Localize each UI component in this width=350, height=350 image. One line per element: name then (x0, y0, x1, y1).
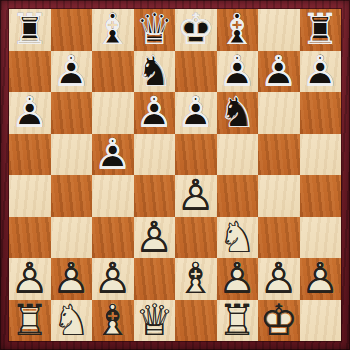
square-b8[interactable] (51, 9, 93, 51)
square-e3[interactable] (175, 217, 217, 259)
piece-glyph-outline: ♙ (92, 134, 134, 176)
square-g5[interactable] (258, 134, 300, 176)
square-g6[interactable] (258, 92, 300, 134)
square-f3[interactable]: ♞♘ (217, 217, 259, 259)
black-pawn[interactable]: ♟♙ (51, 51, 93, 93)
square-f7[interactable]: ♟♙ (217, 51, 259, 93)
white-pawn[interactable]: ♟♙ (92, 258, 134, 300)
black-pawn[interactable]: ♟♙ (258, 51, 300, 93)
black-pawn[interactable]: ♟♙ (175, 92, 217, 134)
piece-glyph-outline: ♙ (134, 92, 176, 134)
white-knight[interactable]: ♞♘ (51, 300, 93, 342)
square-d7[interactable]: ♞♘ (134, 51, 176, 93)
square-b2[interactable]: ♟♙ (51, 258, 93, 300)
square-e6[interactable]: ♟♙ (175, 92, 217, 134)
white-rook[interactable]: ♜♖ (217, 300, 259, 342)
square-h1[interactable] (300, 300, 342, 342)
square-c7[interactable] (92, 51, 134, 93)
square-a5[interactable] (9, 134, 51, 176)
square-a7[interactable] (9, 51, 51, 93)
piece-glyph-outline: ♙ (51, 258, 93, 300)
piece-glyph-outline: ♙ (9, 92, 51, 134)
square-h8[interactable]: ♜♖ (300, 9, 342, 51)
square-c6[interactable] (92, 92, 134, 134)
square-a4[interactable] (9, 175, 51, 217)
square-b1[interactable]: ♞♘ (51, 300, 93, 342)
piece-glyph-outline: ♖ (9, 9, 51, 51)
square-h2[interactable]: ♟♙ (300, 258, 342, 300)
square-d3[interactable]: ♟♙ (134, 217, 176, 259)
square-c5[interactable]: ♟♙ (92, 134, 134, 176)
black-knight[interactable]: ♞♘ (134, 51, 176, 93)
piece-glyph-outline: ♔ (175, 9, 217, 51)
white-rook[interactable]: ♜♖ (9, 300, 51, 342)
piece-glyph-outline: ♘ (217, 217, 259, 259)
black-king[interactable]: ♚♔ (175, 9, 217, 51)
square-g3[interactable] (258, 217, 300, 259)
square-c3[interactable] (92, 217, 134, 259)
piece-glyph-outline: ♙ (9, 258, 51, 300)
piece-glyph-outline: ♙ (217, 51, 259, 93)
square-e2[interactable]: ♝♗ (175, 258, 217, 300)
piece-glyph-outline: ♔ (258, 300, 300, 342)
square-d1[interactable]: ♛♕ (134, 300, 176, 342)
square-c4[interactable] (92, 175, 134, 217)
square-c2[interactable]: ♟♙ (92, 258, 134, 300)
square-g8[interactable] (258, 9, 300, 51)
square-h5[interactable] (300, 134, 342, 176)
white-king[interactable]: ♚♔ (258, 300, 300, 342)
black-pawn[interactable]: ♟♙ (134, 92, 176, 134)
square-f6[interactable]: ♞♘ (217, 92, 259, 134)
black-rook[interactable]: ♜♖ (9, 9, 51, 51)
white-knight[interactable]: ♞♘ (217, 217, 259, 259)
square-d5[interactable] (134, 134, 176, 176)
piece-glyph-outline: ♘ (217, 92, 259, 134)
square-b7[interactable]: ♟♙ (51, 51, 93, 93)
board-frame: ♜♖♝♗♛♕♚♔♝♗♜♖♟♙♞♘♟♙♟♙♟♙♟♙♟♙♟♙♞♘♟♙♟♙♟♙♞♘♟♙… (0, 0, 350, 350)
square-a8[interactable]: ♜♖ (9, 9, 51, 51)
piece-glyph-outline: ♘ (51, 300, 93, 342)
white-pawn[interactable]: ♟♙ (300, 258, 342, 300)
white-pawn[interactable]: ♟♙ (9, 258, 51, 300)
square-a6[interactable]: ♟♙ (9, 92, 51, 134)
piece-glyph-outline: ♙ (134, 217, 176, 259)
piece-glyph-outline: ♗ (92, 9, 134, 51)
white-pawn[interactable]: ♟♙ (258, 258, 300, 300)
piece-glyph-outline: ♗ (217, 9, 259, 51)
square-h4[interactable] (300, 175, 342, 217)
square-a3[interactable] (9, 217, 51, 259)
piece-glyph-outline: ♖ (217, 300, 259, 342)
black-pawn[interactable]: ♟♙ (300, 51, 342, 93)
square-g4[interactable] (258, 175, 300, 217)
square-b5[interactable] (51, 134, 93, 176)
piece-glyph-outline: ♖ (9, 300, 51, 342)
piece-glyph-outline: ♘ (134, 51, 176, 93)
square-g2[interactable]: ♟♙ (258, 258, 300, 300)
piece-glyph-outline: ♗ (175, 258, 217, 300)
piece-glyph-outline: ♕ (134, 300, 176, 342)
piece-glyph-outline: ♙ (51, 51, 93, 93)
piece-glyph-outline: ♙ (300, 258, 342, 300)
square-d2[interactable] (134, 258, 176, 300)
square-c8[interactable]: ♝♗ (92, 9, 134, 51)
square-e1[interactable] (175, 300, 217, 342)
piece-glyph-outline: ♕ (134, 9, 176, 51)
white-pawn[interactable]: ♟♙ (175, 175, 217, 217)
black-pawn[interactable]: ♟♙ (9, 92, 51, 134)
square-b3[interactable] (51, 217, 93, 259)
black-pawn[interactable]: ♟♙ (92, 134, 134, 176)
black-rook[interactable]: ♜♖ (300, 9, 342, 51)
piece-glyph-outline: ♙ (300, 51, 342, 93)
square-f5[interactable] (217, 134, 259, 176)
square-b6[interactable] (51, 92, 93, 134)
piece-glyph-outline: ♗ (92, 300, 134, 342)
piece-glyph-outline: ♙ (175, 175, 217, 217)
black-knight[interactable]: ♞♘ (217, 92, 259, 134)
square-e5[interactable] (175, 134, 217, 176)
piece-glyph-outline: ♙ (258, 51, 300, 93)
square-e7[interactable] (175, 51, 217, 93)
black-bishop[interactable]: ♝♗ (217, 9, 259, 51)
white-pawn[interactable]: ♟♙ (134, 217, 176, 259)
square-g1[interactable]: ♚♔ (258, 300, 300, 342)
square-d8[interactable]: ♛♕ (134, 9, 176, 51)
chess-board: ♜♖♝♗♛♕♚♔♝♗♜♖♟♙♞♘♟♙♟♙♟♙♟♙♟♙♟♙♞♘♟♙♟♙♟♙♞♘♟♙… (9, 9, 341, 341)
square-h7[interactable]: ♟♙ (300, 51, 342, 93)
square-c1[interactable]: ♝♗ (92, 300, 134, 342)
white-bishop[interactable]: ♝♗ (175, 258, 217, 300)
square-a1[interactable]: ♜♖ (9, 300, 51, 342)
white-bishop[interactable]: ♝♗ (92, 300, 134, 342)
white-pawn[interactable]: ♟♙ (51, 258, 93, 300)
white-queen[interactable]: ♛♕ (134, 300, 176, 342)
square-f2[interactable]: ♟♙ (217, 258, 259, 300)
square-g7[interactable]: ♟♙ (258, 51, 300, 93)
square-e8[interactable]: ♚♔ (175, 9, 217, 51)
square-d6[interactable]: ♟♙ (134, 92, 176, 134)
square-h3[interactable] (300, 217, 342, 259)
piece-glyph-outline: ♖ (300, 9, 342, 51)
square-h6[interactable] (300, 92, 342, 134)
square-d4[interactable] (134, 175, 176, 217)
white-pawn[interactable]: ♟♙ (217, 258, 259, 300)
square-f4[interactable] (217, 175, 259, 217)
square-f1[interactable]: ♜♖ (217, 300, 259, 342)
black-bishop[interactable]: ♝♗ (92, 9, 134, 51)
square-f8[interactable]: ♝♗ (217, 9, 259, 51)
black-queen[interactable]: ♛♕ (134, 9, 176, 51)
piece-glyph-outline: ♙ (92, 258, 134, 300)
black-pawn[interactable]: ♟♙ (217, 51, 259, 93)
square-b4[interactable] (51, 175, 93, 217)
square-a2[interactable]: ♟♙ (9, 258, 51, 300)
piece-glyph-outline: ♙ (258, 258, 300, 300)
square-e4[interactable]: ♟♙ (175, 175, 217, 217)
piece-glyph-outline: ♙ (175, 92, 217, 134)
piece-glyph-outline: ♙ (217, 258, 259, 300)
